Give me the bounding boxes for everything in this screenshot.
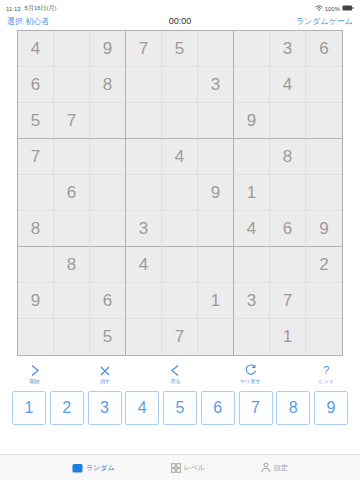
grid-cell-r3c1[interactable]: 5 <box>18 103 54 139</box>
grid-cell-r8c3[interactable]: 6 <box>90 283 126 319</box>
hint-button-label: ヒント <box>319 378 334 384</box>
number-button-2[interactable]: 2 <box>50 391 84 425</box>
number-pad: 123456789 <box>0 391 360 425</box>
grid-cell-r1c4[interactable]: 7 <box>126 31 162 67</box>
grid-cell-r7c9[interactable]: 2 <box>306 247 342 283</box>
grid-cell-r8c2[interactable] <box>54 283 90 319</box>
grid-cell-r4c1[interactable]: 7 <box>18 139 54 175</box>
grid-cell-r4c6[interactable] <box>198 139 234 175</box>
grid-cell-r6c3[interactable] <box>90 211 126 247</box>
sudoku-grid: 49753668345797486918346984296137571 <box>17 30 343 356</box>
undo-button[interactable]: 戻る <box>169 364 182 384</box>
grid-cell-r4c8[interactable]: 8 <box>270 139 306 175</box>
grid-cell-r1c9[interactable]: 6 <box>306 31 342 67</box>
grid-cell-r3c3[interactable] <box>90 103 126 139</box>
grid-cell-r9c5[interactable]: 7 <box>162 319 198 355</box>
tab-random-label: ランダム <box>86 463 115 473</box>
grid-cell-r4c9[interactable] <box>306 139 342 175</box>
battery-percent: 100% <box>325 6 340 12</box>
grid-cell-r7c3[interactable] <box>90 247 126 283</box>
grid-cell-r7c1[interactable] <box>18 247 54 283</box>
grid-cell-r1c6[interactable] <box>198 31 234 67</box>
undo-button-label: 戻る <box>171 378 181 384</box>
grid-cell-r7c8[interactable] <box>270 247 306 283</box>
clock-time: 11:13 <box>6 6 21 12</box>
grid-cell-r3c6[interactable] <box>198 103 234 139</box>
grid-cell-r5c5[interactable] <box>162 175 198 211</box>
grid-cell-r3c9[interactable] <box>306 103 342 139</box>
grid-cell-r8c4[interactable] <box>126 283 162 319</box>
toolbar: 開始消す戻るやり直す?ヒント <box>0 364 360 384</box>
grid-cell-r3c5[interactable] <box>162 103 198 139</box>
grid-cell-r6c2[interactable] <box>54 211 90 247</box>
grid-cell-r6c6[interactable] <box>198 211 234 247</box>
battery-icon <box>342 5 354 12</box>
tab-level-label: レベル <box>184 463 206 473</box>
grid-cell-r1c5[interactable]: 5 <box>162 31 198 67</box>
grid-cell-r3c7[interactable]: 9 <box>234 103 270 139</box>
grid-cell-r7c6[interactable] <box>198 247 234 283</box>
grid-cell-r3c2[interactable]: 7 <box>54 103 90 139</box>
redo-button[interactable]: やり直す <box>240 364 260 384</box>
grid-cell-r4c4[interactable] <box>126 139 162 175</box>
grid-cell-r9c7[interactable] <box>234 319 270 355</box>
start-button-label: 開始 <box>30 378 40 384</box>
grid-cell-r9c4[interactable] <box>126 319 162 355</box>
grid-cell-r2c4[interactable] <box>126 67 162 103</box>
grid-cell-r2c6[interactable]: 3 <box>198 67 234 103</box>
chevron-left-icon <box>169 364 182 377</box>
grid-cell-r2c7[interactable] <box>234 67 270 103</box>
start-button[interactable]: 開始 <box>28 364 41 384</box>
number-button-6[interactable]: 6 <box>201 391 235 425</box>
grid-cell-r1c3[interactable]: 9 <box>90 31 126 67</box>
grid-cell-r4c2[interactable] <box>54 139 90 175</box>
tab-settings-label: 設定 <box>274 463 288 473</box>
number-button-3[interactable]: 3 <box>88 391 122 425</box>
person-icon <box>261 462 271 473</box>
grid-cell-r3c8[interactable] <box>270 103 306 139</box>
grid-cell-r9c2[interactable] <box>54 319 90 355</box>
grid-cell-r5c3[interactable] <box>90 175 126 211</box>
grid-cell-r7c7[interactable] <box>234 247 270 283</box>
grid-cell-r5c4[interactable] <box>126 175 162 211</box>
grid-cell-r4c7[interactable] <box>234 139 270 175</box>
redo-icon <box>244 364 257 377</box>
grid-cell-r3c4[interactable] <box>126 103 162 139</box>
x-icon <box>99 364 111 377</box>
grid-cell-r9c3[interactable]: 5 <box>90 319 126 355</box>
grid-cell-r5c8[interactable] <box>270 175 306 211</box>
chevron-right-icon <box>28 364 41 377</box>
question-icon: ? <box>323 364 329 377</box>
grid-cell-r8c7[interactable]: 3 <box>234 283 270 319</box>
grid-cell-r2c8[interactable]: 4 <box>270 67 306 103</box>
grid-cell-r2c5[interactable] <box>162 67 198 103</box>
grid-cell-r5c7[interactable]: 1 <box>234 175 270 211</box>
erase-button-label: 消す <box>100 378 110 384</box>
number-button-5[interactable]: 5 <box>163 391 197 425</box>
erase-button[interactable]: 消す <box>99 364 111 384</box>
grid-cell-r6c9[interactable]: 9 <box>306 211 342 247</box>
grid-cell-r7c4[interactable]: 4 <box>126 247 162 283</box>
grid-cell-r8c1[interactable]: 9 <box>18 283 54 319</box>
tab-level[interactable]: レベル <box>171 463 206 473</box>
grid-cell-r2c1[interactable]: 6 <box>18 67 54 103</box>
grid-cell-r7c5[interactable] <box>162 247 198 283</box>
grid-cell-r8c8[interactable]: 7 <box>270 283 306 319</box>
grid-cell-r8c9[interactable] <box>306 283 342 319</box>
grid-cell-r9c6[interactable] <box>198 319 234 355</box>
grid-cell-r5c2[interactable]: 6 <box>54 175 90 211</box>
tab-bar: ランダムレベル設定 <box>0 454 360 480</box>
grid-cell-r6c4[interactable]: 3 <box>126 211 162 247</box>
game-timer: 00:00 <box>0 16 360 26</box>
grid-cell-r2c3[interactable]: 8 <box>90 67 126 103</box>
status-bar: 11:13 5月16日(月) 100% <box>0 0 360 14</box>
grid-cell-r1c7[interactable] <box>234 31 270 67</box>
grid-cell-r8c6[interactable]: 1 <box>198 283 234 319</box>
redo-button-label: やり直す <box>240 378 260 384</box>
grid-cell-r9c9[interactable] <box>306 319 342 355</box>
grid-cell-r4c3[interactable] <box>90 139 126 175</box>
grid-cell-r9c8[interactable]: 1 <box>270 319 306 355</box>
tab-random[interactable]: ランダム <box>72 463 115 473</box>
grid-cell-r6c1[interactable]: 8 <box>18 211 54 247</box>
tab-settings[interactable]: 設定 <box>261 462 288 473</box>
number-button-1[interactable]: 1 <box>12 391 46 425</box>
status-date: 5月16日(月) <box>25 4 57 13</box>
grid-cell-r2c2[interactable] <box>54 67 90 103</box>
number-button-9[interactable]: 9 <box>314 391 348 425</box>
hint-button[interactable]: ?ヒント <box>319 364 334 384</box>
box-icon <box>72 463 83 473</box>
grid-cell-r4c5[interactable]: 4 <box>162 139 198 175</box>
grid-cell-r6c8[interactable]: 6 <box>270 211 306 247</box>
grid-cell-r5c6[interactable]: 9 <box>198 175 234 211</box>
grid-cell-r6c7[interactable]: 4 <box>234 211 270 247</box>
sudoku-board: 49753668345797486918346984296137571 <box>17 30 343 356</box>
grid-cell-r5c1[interactable] <box>18 175 54 211</box>
wifi-icon <box>315 5 323 12</box>
grid-cell-r8c5[interactable] <box>162 283 198 319</box>
grid-cell-r7c2[interactable]: 8 <box>54 247 90 283</box>
grid-cell-r2c9[interactable] <box>306 67 342 103</box>
grid-cell-r9c1[interactable] <box>18 319 54 355</box>
grid-cell-r6c5[interactable] <box>162 211 198 247</box>
nav-bar: 00:00 選択 初心者 ランダムゲーム <box>0 14 360 28</box>
grid-cell-r5c9[interactable] <box>306 175 342 211</box>
grid-icon <box>171 463 181 473</box>
number-button-7[interactable]: 7 <box>239 391 273 425</box>
number-button-8[interactable]: 8 <box>276 391 310 425</box>
number-button-4[interactable]: 4 <box>125 391 159 425</box>
grid-cell-r1c2[interactable] <box>54 31 90 67</box>
grid-cell-r1c1[interactable]: 4 <box>18 31 54 67</box>
grid-cell-r1c8[interactable]: 3 <box>270 31 306 67</box>
